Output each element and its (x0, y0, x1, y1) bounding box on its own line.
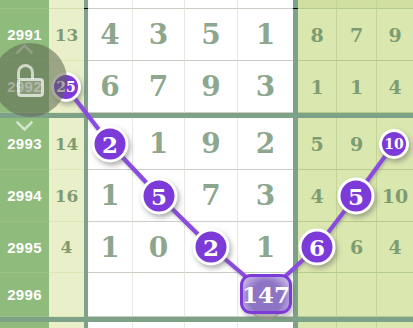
partial-row-bottom (0, 322, 413, 328)
sum-cell: 4 (49, 222, 84, 273)
digit-cell: 1 (88, 170, 133, 222)
stat-cell: 1 (337, 61, 377, 113)
digit-cell: 6 (88, 61, 133, 113)
digit-cell: 1 (238, 222, 293, 273)
stat-cell (377, 0, 413, 9)
partial-row-top (0, 0, 413, 9)
digit-cell (88, 273, 133, 317)
digit-cell: 9 (185, 118, 238, 170)
stat-cell: 1 (298, 61, 337, 113)
digit-cell (238, 0, 293, 9)
table-row: 2996 (0, 273, 413, 317)
issue-label: 2996 (0, 273, 49, 317)
sum-cell (49, 0, 84, 9)
digit-cell: 4 (88, 9, 133, 61)
sum-cell (49, 273, 84, 317)
stat-cell (377, 322, 413, 328)
stat-cell (337, 322, 377, 328)
trend-node: 5 (338, 178, 375, 215)
issue-cell (0, 322, 49, 328)
digit-cell: 3 (133, 9, 185, 61)
digit-cell: 2 (238, 118, 293, 170)
digit-cell (185, 273, 238, 317)
digit-cell: 7 (185, 170, 238, 222)
digit-cell: 7 (133, 61, 185, 113)
trend-node: 2 (193, 229, 230, 266)
section-separator (0, 113, 413, 118)
stat-cell: 4 (377, 61, 413, 113)
stat-cell (298, 273, 337, 317)
sum-cell (49, 322, 84, 328)
table-row: 2993 14 1 9 2 5 9 (0, 118, 413, 170)
stat-cell (377, 273, 413, 317)
stat-cell: 4 (298, 170, 337, 222)
trend-chart-screen: 2991 13 4 3 5 1 8 7 9 2992 6 7 9 3 1 1 4… (0, 0, 413, 328)
digit-cell: 1 (238, 9, 293, 61)
sum-cell: 14 (49, 118, 84, 170)
lock-icon (17, 64, 44, 97)
digit-cell: 0 (133, 222, 185, 273)
stat-cell: 5 (298, 118, 337, 170)
current-pick-badge: 147 (240, 274, 292, 314)
digit-cell (88, 0, 133, 9)
stat-cell (337, 273, 377, 317)
section-separator (0, 317, 413, 322)
digit-cell: 9 (185, 61, 238, 113)
digit-cell: 1 (88, 222, 133, 273)
digit-cell (133, 322, 185, 328)
stat-cell: 7 (337, 9, 377, 61)
stat-cell: 9 (377, 9, 413, 61)
digit-cell (88, 322, 133, 328)
digit-cell (185, 0, 238, 9)
trend-node: 2 (92, 126, 129, 163)
digit-cell (185, 322, 238, 328)
digit-cell (238, 322, 293, 328)
digit-cell (133, 0, 185, 9)
issue-label: 2994 (0, 170, 49, 222)
digit-cell: 3 (238, 170, 293, 222)
issue-cell (0, 0, 49, 9)
sum-cell: 16 (49, 170, 84, 222)
trend-node: 10 (379, 129, 409, 159)
digit-cell (133, 273, 185, 317)
trend-node: 6 (299, 229, 336, 266)
digit-cell: 1 (133, 118, 185, 170)
stat-cell: 10 (377, 170, 413, 222)
stat-cell: 8 (298, 9, 337, 61)
stat-cell: 9 (337, 118, 377, 170)
stat-cell: 6 (337, 222, 377, 273)
issue-label: 2995 (0, 222, 49, 273)
digit-cell: 5 (185, 9, 238, 61)
stat-cell (337, 0, 377, 9)
stat-cell: 4 (377, 222, 413, 273)
digit-cell: 3 (238, 61, 293, 113)
stat-cell (298, 0, 337, 9)
stat-cell (298, 322, 337, 328)
trend-node: 5 (141, 178, 178, 215)
table-row: 2991 13 4 3 5 1 8 7 9 (0, 9, 413, 61)
